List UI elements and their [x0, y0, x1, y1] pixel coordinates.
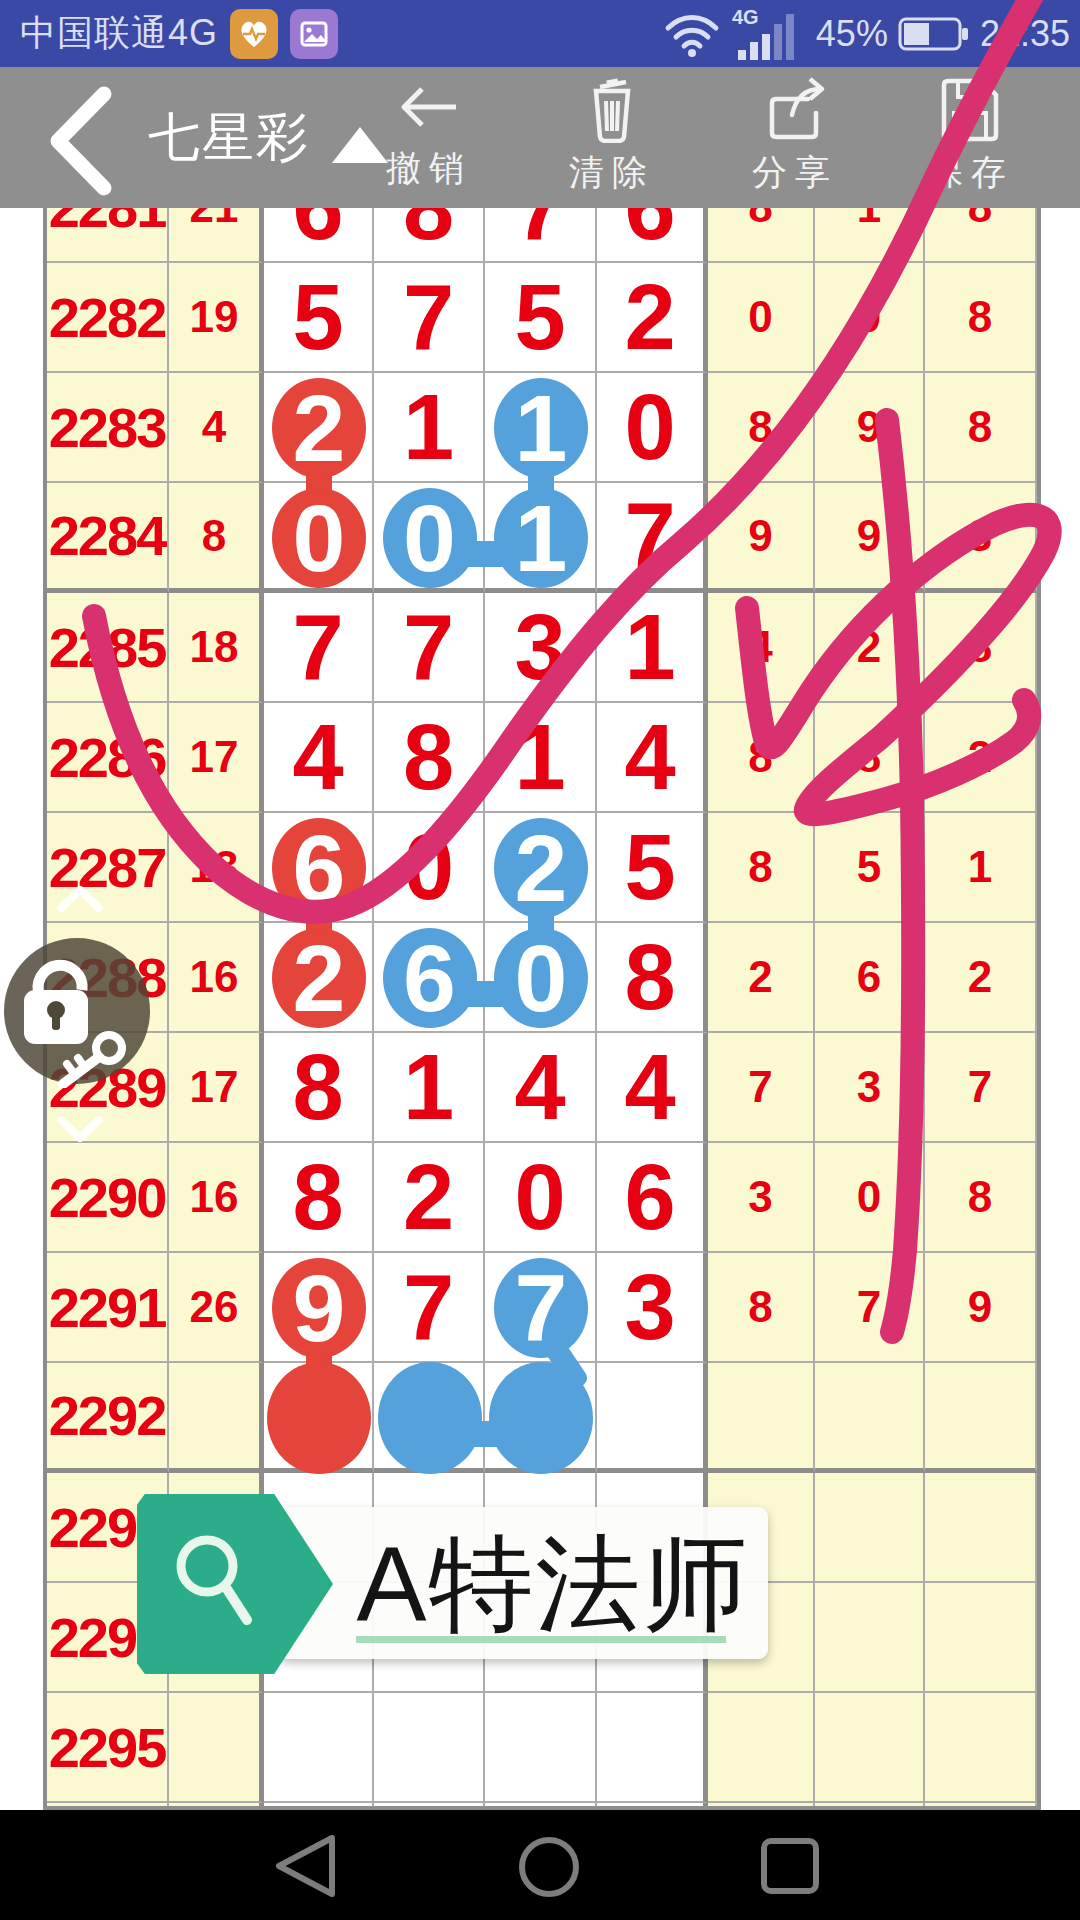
network-4g-label: 4G [732, 6, 759, 28]
tail-cell: 7 [708, 1033, 815, 1143]
red-circle-mark: 0 [272, 488, 366, 588]
clear-button[interactable]: 清除 [537, 77, 687, 196]
digit-cell: 5 [264, 263, 374, 373]
carrier-label: 中国联通4G [20, 9, 218, 58]
tail-cell [925, 1363, 1037, 1473]
tail-cell: 2 [708, 923, 815, 1033]
digit-cell: 8 [264, 1143, 374, 1253]
tail-cell: 8 [925, 1143, 1037, 1253]
digit-cell: 1 [374, 373, 485, 483]
digit-cell: 8 [374, 703, 485, 813]
period-cell: 2290 [47, 1143, 169, 1253]
trash-icon [580, 77, 644, 143]
red-circle-mark: 2 [272, 378, 366, 478]
value-cell: 4 [169, 373, 264, 483]
undo-arrow-icon [394, 77, 464, 139]
blue-circle-mark: 1 [494, 378, 588, 478]
digit-cell [485, 1693, 597, 1803]
period-cell: 2285 [47, 593, 169, 703]
watermark-underline [356, 1636, 726, 1643]
lottery-trend-app-screen: { "status_bar": { "carrier": "中国联通4G", "… [0, 0, 1080, 1920]
save-icon [940, 77, 1002, 143]
battery-icon [898, 16, 970, 52]
red-circle-mark: 2 [272, 928, 366, 1028]
recents-square-icon [715, 1811, 865, 1920]
home-circle-icon [474, 1811, 624, 1920]
digit-cell: 2 [597, 263, 708, 373]
digit-cell: 7 [264, 593, 374, 703]
chevron-down-icon[interactable] [55, 1112, 105, 1146]
digit-cell: 7 [374, 593, 485, 703]
tail-cell: 8 [925, 208, 1037, 263]
tail-cell: 8 [925, 373, 1037, 483]
back-button[interactable] [30, 85, 120, 195]
tail-cell: 2 [815, 593, 925, 703]
digit-cell: 5 [597, 813, 708, 923]
health-app-notification-icon [230, 9, 278, 59]
blue-circle-mark: 7 [494, 1258, 588, 1358]
tail-cell [815, 1363, 925, 1473]
tail-cell [815, 1473, 925, 1583]
nav-recents-button[interactable] [709, 1810, 859, 1920]
tail-cell [925, 1583, 1037, 1693]
value-cell: 8 [169, 483, 264, 593]
tail-cell [815, 1803, 925, 1810]
digit-cell: 0 [485, 1143, 597, 1253]
tail-cell: 3 [708, 1143, 815, 1253]
digit-cell: 7 [374, 263, 485, 373]
tail-cell: 8 [708, 1253, 815, 1363]
digit-cell: 6 [597, 208, 708, 263]
tail-cell: 4 [708, 593, 815, 703]
digit-cell [597, 1693, 708, 1803]
digit-cell: 7 [597, 483, 708, 593]
chevron-up-icon[interactable] [55, 882, 105, 916]
period-cell: 2295 [47, 1693, 169, 1803]
red-circle-mark [267, 1362, 371, 1474]
digit-cell [597, 1803, 708, 1810]
tail-cell: 2 [925, 703, 1037, 813]
digit-cell [264, 1693, 374, 1803]
digit-cell: 1 [485, 703, 597, 813]
digit-cell: 3 [485, 593, 597, 703]
clear-label: 清除 [537, 149, 687, 196]
period-cell: 2291 [47, 1253, 169, 1363]
tail-cell: 8 [708, 373, 815, 483]
digit-cell [264, 1803, 374, 1810]
tail-cell: 3 [815, 1033, 925, 1143]
page-title: 七星彩 [148, 103, 310, 173]
tail-cell: 5 [815, 813, 925, 923]
period-cell: 2284 [47, 483, 169, 593]
share-icon [762, 77, 828, 143]
digit-cell: 4 [597, 1033, 708, 1143]
value-cell: 13 [169, 813, 264, 923]
tail-cell: 6 [815, 923, 925, 1033]
signal-4g-icon: 4G [730, 6, 808, 62]
digit-cell: 7 [374, 1253, 485, 1363]
tail-cell: 8 [925, 593, 1037, 703]
digit-cell [374, 1803, 485, 1810]
digit-cell: 2 [374, 1143, 485, 1253]
value-cell [169, 1803, 264, 1810]
tail-cell [925, 1693, 1037, 1803]
undo-button[interactable]: 撤销 [354, 77, 504, 192]
blue-circle-mark: 6 [383, 928, 477, 1028]
tail-cell: 1 [925, 813, 1037, 923]
value-cell [169, 1693, 264, 1803]
value-cell: 18 [169, 593, 264, 703]
blue-circle-mark: 0 [494, 928, 588, 1028]
chevron-left-icon [36, 86, 126, 196]
red-circle-mark: 9 [272, 1258, 366, 1358]
value-cell: 19 [169, 263, 264, 373]
period-cell [47, 1803, 169, 1810]
tail-cell: 0 [708, 263, 815, 373]
value-cell: 16 [169, 1143, 264, 1253]
tail-cell: 0 [815, 263, 925, 373]
tail-cell: 9 [815, 483, 925, 593]
blue-circle-mark: 0 [383, 488, 477, 588]
tail-cell: 8 [708, 813, 815, 923]
period-cell: 2282 [47, 263, 169, 373]
tail-cell: 1 [815, 208, 925, 263]
tail-cell: 9 [925, 1253, 1037, 1363]
blue-circle-mark [489, 1362, 593, 1474]
value-cell: 26 [169, 1253, 264, 1363]
digit-cell: 8 [264, 1033, 374, 1143]
value-cell: 21 [169, 208, 264, 263]
toolbar: 七星彩 撤销 清除 [0, 67, 1080, 208]
save-label: 保存 [896, 149, 1046, 196]
value-cell [169, 1363, 264, 1473]
blue-circle-mark: 1 [494, 488, 588, 588]
tail-cell: 8 [708, 208, 815, 263]
tail-cell: 0 [815, 1143, 925, 1253]
digit-cell: 5 [485, 263, 597, 373]
digit-cell: 6 [264, 208, 374, 263]
value-cell: 17 [169, 703, 264, 813]
tail-cell [815, 1693, 925, 1803]
tail-cell [815, 1583, 925, 1693]
back-triangle-icon [232, 1811, 382, 1920]
nav-home-button[interactable] [468, 1810, 618, 1920]
tail-cell: 7 [815, 1253, 925, 1363]
nav-back-button[interactable] [226, 1810, 376, 1920]
digit-cell [485, 1803, 597, 1810]
value-cell: 17 [169, 1033, 264, 1143]
blue-circle-mark: 2 [494, 818, 588, 918]
tail-cell: 9 [708, 483, 815, 593]
digit-cell: 0 [374, 813, 485, 923]
lock-and-key-icon [3, 938, 153, 1088]
red-circle-mark: 6 [272, 818, 366, 918]
value-cell: 16 [169, 923, 264, 1033]
period-cell: 2281 [47, 208, 169, 263]
title-dropdown[interactable]: 七星彩 [148, 67, 388, 208]
digit-cell: 3 [597, 1253, 708, 1363]
tail-cell [708, 1803, 815, 1810]
tail-cell: 8 [708, 703, 815, 813]
watermark-card: A特法师 [278, 1507, 768, 1659]
undo-label: 撤销 [354, 145, 504, 192]
tail-cell [925, 1473, 1037, 1583]
digit-cell [374, 1693, 485, 1803]
wifi-icon [662, 10, 722, 58]
gallery-app-notification-icon [290, 9, 338, 59]
blue-circle-mark [378, 1362, 482, 1474]
save-button[interactable]: 保存 [896, 77, 1046, 196]
lock-button[interactable] [3, 938, 153, 1088]
digit-cell: 4 [264, 703, 374, 813]
clock-label: 21:35 [980, 13, 1070, 55]
tail-cell [708, 1693, 815, 1803]
tail-cell: 3 [925, 483, 1037, 593]
battery-percent-label: 45% [816, 13, 888, 55]
digit-cell: 8 [374, 208, 485, 263]
magnifier-icon [165, 1528, 265, 1638]
digit-cell: 0 [597, 373, 708, 483]
period-cell: 2292 [47, 1363, 169, 1473]
digit-cell: 4 [485, 1033, 597, 1143]
digit-cell: 1 [374, 1033, 485, 1143]
period-cell: 2283 [47, 373, 169, 483]
share-label: 分享 [720, 149, 870, 196]
android-nav-bar [0, 1810, 1080, 1920]
tail-cell [708, 1363, 815, 1473]
share-button[interactable]: 分享 [720, 77, 870, 196]
tail-cell [925, 1803, 1037, 1810]
watermark-text: A特法师 [348, 1515, 758, 1656]
digit-cell: 7 [485, 208, 597, 263]
digit-cell: 1 [597, 593, 708, 703]
tail-cell: 2 [925, 923, 1037, 1033]
tail-cell: 8 [925, 263, 1037, 373]
status-bar: 中国联通4G 4G 45% [0, 0, 1080, 67]
tail-cell: 7 [925, 1033, 1037, 1143]
period-cell: 2286 [47, 703, 169, 813]
tail-cell: 8 [815, 703, 925, 813]
digit-cell: 4 [597, 703, 708, 813]
digit-cell: 8 [597, 923, 708, 1033]
digit-cell [597, 1363, 708, 1473]
digit-cell: 6 [597, 1143, 708, 1253]
tail-cell: 9 [815, 373, 925, 483]
